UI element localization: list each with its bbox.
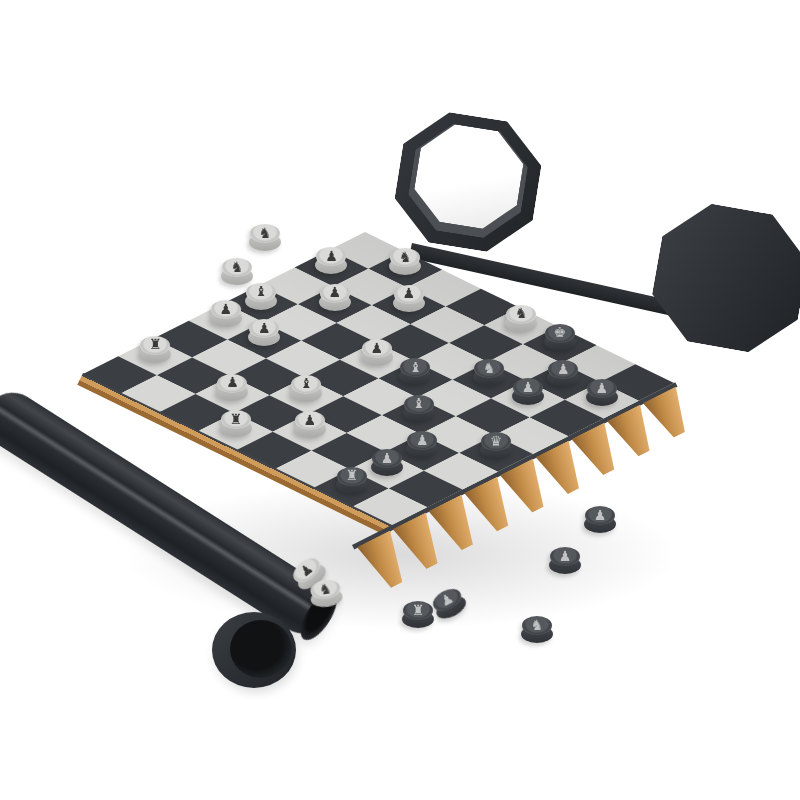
piece-white-pawn-c2[interactable]: ♟ <box>216 374 248 401</box>
knight-icon: ♞ <box>506 305 536 324</box>
pawn-icon: ♟ <box>362 339 392 358</box>
piece-white-knight-offboard[interactable]: ♞ <box>308 578 343 609</box>
piece-white-bishop-d3[interactable]: ♝ <box>290 375 322 402</box>
piece-black-pawn-offboard[interactable]: ♟ <box>549 547 581 574</box>
piece-black-pawn-g2[interactable]: ♟ <box>371 449 403 476</box>
pawn-icon: ♟ <box>550 547 580 566</box>
piece-white-knight-e8[interactable]: ♞ <box>505 305 537 332</box>
tube-cap-opening <box>230 620 292 678</box>
bishop-icon: ♝ <box>291 375 321 394</box>
piece-black-king-f8[interactable]: ♚ <box>544 324 576 351</box>
piece-black-pawn-g3[interactable]: ♟ <box>406 431 438 458</box>
product-photo-roll-up-chess-set: ♞♞♟♟♟♚♝♟♟♟♞♟♝♟♟♝♝♛♜♟♟♟♜♟♜♞♞♟♞♟♟♜♟♞ <box>0 0 800 800</box>
knight-icon: ♞ <box>222 258 252 277</box>
bishop-icon: ♝ <box>404 395 434 414</box>
piece-black-pawn-h7[interactable]: ♟ <box>586 379 618 406</box>
piece-white-pawn-e2[interactable]: ♟ <box>294 411 326 438</box>
piece-white-pawn-b6[interactable]: ♟ <box>319 284 351 311</box>
piece-black-rook-g1[interactable]: ♜ <box>336 467 368 494</box>
pawn-icon: ♟ <box>513 378 543 397</box>
piece-white-rook-d1[interactable]: ♜ <box>220 410 252 437</box>
pawn-icon: ♟ <box>587 379 617 398</box>
piece-black-pawn-g7[interactable]: ♟ <box>547 360 579 387</box>
king-icon: ♚ <box>545 324 575 343</box>
bishop-icon: ♝ <box>246 283 276 302</box>
knight-icon: ♞ <box>250 224 280 243</box>
rook-icon: ♜ <box>140 336 170 355</box>
piece-black-pawn-offboard[interactable]: ♟ <box>584 506 616 533</box>
piece-white-knight-offboard[interactable]: ♞ <box>221 258 253 285</box>
stand-right-octagon <box>645 196 800 360</box>
rook-icon: ♜ <box>221 410 251 429</box>
pawn-icon: ♟ <box>217 374 247 393</box>
piece-black-knight-f6[interactable]: ♞ <box>473 359 505 386</box>
piece-white-pawn-d5[interactable]: ♟ <box>361 339 393 366</box>
piece-white-rook-a2[interactable]: ♜ <box>139 336 171 363</box>
pawn-icon: ♟ <box>585 506 615 525</box>
rook-icon: ♜ <box>337 467 367 486</box>
knight-icon: ♞ <box>522 616 552 635</box>
pawn-icon: ♟ <box>211 300 241 319</box>
piece-black-bishop-f4[interactable]: ♝ <box>403 395 435 422</box>
pawn-icon: ♟ <box>295 411 325 430</box>
piece-white-knight-offboard[interactable]: ♞ <box>249 224 281 251</box>
piece-white-pawn-a4[interactable]: ♟ <box>210 300 242 327</box>
rook-icon: ♜ <box>403 601 433 620</box>
piece-white-pawn-b4[interactable]: ♟ <box>248 319 280 346</box>
piece-white-pawn-a7[interactable]: ♟ <box>315 247 347 274</box>
stand-left-octagon-ring <box>389 106 548 258</box>
piece-black-rook-offboard[interactable]: ♜ <box>402 601 434 628</box>
piece-white-pawn-c7[interactable]: ♟ <box>393 285 425 312</box>
piece-black-knight-offboard[interactable]: ♞ <box>521 616 553 643</box>
pawn-icon: ♟ <box>320 284 350 303</box>
pawn-icon: ♟ <box>372 449 402 468</box>
piece-white-bishop-a5[interactable]: ♝ <box>245 283 277 310</box>
piece-white-knight-b8[interactable]: ♞ <box>389 248 421 275</box>
piece-black-pawn-g6[interactable]: ♟ <box>512 378 544 405</box>
piece-black-queen-h4[interactable]: ♛ <box>480 432 512 459</box>
tube-cap <box>212 612 296 688</box>
piece-black-bishop-e5[interactable]: ♝ <box>399 358 431 385</box>
pawn-icon: ♟ <box>394 285 424 304</box>
